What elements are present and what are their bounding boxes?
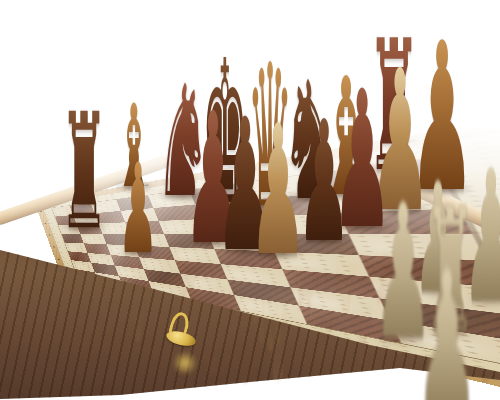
board-square: [77, 223, 103, 233]
screw-dot: [44, 223, 46, 224]
board-square: [202, 217, 267, 234]
board-square: [55, 215, 76, 225]
screw-dot: [57, 258, 59, 259]
board-square: [153, 204, 201, 220]
screw-dot: [49, 234, 51, 235]
board-square: [62, 234, 84, 244]
board-square: [94, 211, 125, 224]
board-square: [259, 213, 349, 234]
board-square: [159, 219, 208, 234]
board-square: [125, 221, 164, 234]
board-square: [70, 203, 95, 215]
brass-latch-reflection: [172, 352, 198, 374]
product-photo-scene: ♜♜♝♝♟♟♞♞♝♝♞♞♚♚♛♛♟♟♟♟♜♜♟♟♟♟♟♟♟♟♟♟♟♟♜♟♟: [0, 0, 500, 400]
board-square: [164, 234, 214, 249]
screw-dot: [53, 246, 55, 247]
board-square: [103, 234, 135, 246]
